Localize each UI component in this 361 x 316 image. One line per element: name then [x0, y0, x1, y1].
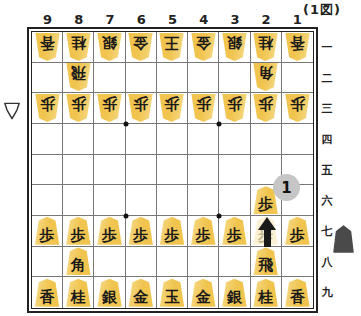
piece-kanji: 香: [40, 290, 55, 305]
square-8-1[interactable]: 桂: [63, 32, 94, 63]
sente-piece-玉[interactable]: 玉: [158, 279, 185, 307]
piece-kanji: 桂: [258, 290, 273, 305]
move-arrow-icon: [258, 217, 276, 247]
square-3-8[interactable]: [219, 247, 250, 278]
square-8-5[interactable]: [63, 155, 94, 186]
sente-piece-歩[interactable]: 歩: [221, 217, 248, 245]
piece-kanji: 王: [164, 35, 179, 50]
piece-kanji: 金: [196, 290, 211, 305]
square-1-7[interactable]: 歩: [282, 216, 313, 247]
rank-label-6: 六: [317, 185, 337, 216]
piece-kanji: 角: [258, 65, 273, 80]
piece-kanji: 金: [196, 35, 211, 50]
sente-piece-歩[interactable]: 歩: [158, 217, 185, 245]
star-point: [123, 121, 128, 126]
piece-kanji: 歩: [164, 96, 179, 111]
square-8-9[interactable]: 桂: [63, 277, 94, 308]
piece-kanji: 歩: [258, 197, 273, 212]
piece-kanji: 銀: [227, 290, 242, 305]
square-3-9[interactable]: 銀: [219, 277, 250, 308]
sente-piece-歩[interactable]: 歩: [65, 217, 92, 245]
gote-piece-香[interactable]: 香: [34, 33, 61, 61]
rank-label-3: 三: [317, 93, 337, 124]
gote-piece-王[interactable]: 王: [158, 33, 185, 61]
square-4-6[interactable]: [188, 185, 219, 216]
square-8-7[interactable]: 歩: [63, 216, 94, 247]
piece-kanji: 銀: [227, 35, 242, 50]
piece-kanji: 香: [290, 35, 305, 50]
arrow-head: [258, 217, 276, 230]
gote-piece-歩[interactable]: 歩: [127, 94, 154, 122]
square-6-4[interactable]: [126, 124, 157, 155]
board-frame: 香桂銀金王金銀桂香飛角歩歩歩歩歩歩歩歩歩歩歩歩歩歩歩歩歩歩歩角飛香桂銀金玉金銀桂…: [27, 27, 318, 313]
shogi-diagram: (1図) 987654321 一二三四五六七八九 香桂銀金王金銀桂香飛角歩歩歩歩…: [0, 0, 361, 316]
piece-kanji: 香: [290, 290, 305, 305]
gote-piece-歩[interactable]: 歩: [34, 94, 61, 122]
piece-kanji: 桂: [71, 35, 86, 50]
square-4-9[interactable]: 金: [188, 277, 219, 308]
rank-label-5: 五: [317, 155, 337, 186]
piece-kanji: 銀: [102, 290, 117, 305]
square-8-4[interactable]: [63, 124, 94, 155]
square-2-9[interactable]: 桂: [251, 277, 282, 308]
square-6-3[interactable]: 歩: [126, 93, 157, 124]
sente-piece-銀[interactable]: 銀: [96, 279, 123, 307]
square-1-4[interactable]: [282, 124, 313, 155]
gote-piece-銀[interactable]: 銀: [96, 33, 123, 61]
square-6-1[interactable]: 金: [126, 32, 157, 63]
gote-piece-歩[interactable]: 歩: [252, 94, 279, 122]
gote-piece-金[interactable]: 金: [190, 33, 217, 61]
square-6-6[interactable]: [126, 185, 157, 216]
piece-kanji: 歩: [71, 228, 86, 243]
sente-piece-桂[interactable]: 桂: [65, 279, 92, 307]
square-8-6[interactable]: [63, 185, 94, 216]
square-8-2[interactable]: 飛: [63, 63, 94, 94]
square-2-1[interactable]: 桂: [251, 32, 282, 63]
gote-piece-歩[interactable]: 歩: [65, 94, 92, 122]
piece-kanji: 金: [133, 290, 148, 305]
square-7-2[interactable]: [94, 63, 125, 94]
square-4-4[interactable]: [188, 124, 219, 155]
gote-piece-歩[interactable]: 歩: [284, 94, 311, 122]
square-7-7[interactable]: 歩: [94, 216, 125, 247]
piece-kanji: 歩: [133, 96, 148, 111]
square-5-6[interactable]: [157, 185, 188, 216]
square-5-2[interactable]: [157, 63, 188, 94]
gote-piece-stand-icon: [3, 102, 21, 124]
piece-kanji: 歩: [40, 96, 55, 111]
square-9-2[interactable]: [32, 63, 63, 94]
piece-kanji: 歩: [290, 228, 305, 243]
square-6-9[interactable]: 金: [126, 277, 157, 308]
piece-kanji: 歩: [40, 228, 55, 243]
rank-label-9: 九: [317, 277, 337, 308]
square-5-7[interactable]: 歩: [157, 216, 188, 247]
square-1-9[interactable]: 香: [282, 277, 313, 308]
square-4-1[interactable]: 金: [188, 32, 219, 63]
square-4-5[interactable]: [188, 155, 219, 186]
star-point: [217, 121, 222, 126]
square-4-8[interactable]: [188, 247, 219, 278]
rank-label-1: 一: [317, 32, 337, 63]
square-9-5[interactable]: [32, 155, 63, 186]
square-4-3[interactable]: 歩: [188, 93, 219, 124]
piece-kanji: 玉: [164, 290, 179, 305]
sente-piece-icon: [333, 225, 354, 257]
move-number-badge: 1: [273, 174, 300, 201]
square-8-3[interactable]: 歩: [63, 93, 94, 124]
piece-kanji: 飛: [71, 65, 86, 80]
gote-piece-歩[interactable]: 歩: [190, 94, 217, 122]
square-6-7[interactable]: 歩: [126, 216, 157, 247]
square-5-4[interactable]: [157, 124, 188, 155]
square-9-6[interactable]: [32, 185, 63, 216]
square-6-5[interactable]: [126, 155, 157, 186]
square-6-2[interactable]: [126, 63, 157, 94]
square-5-5[interactable]: [157, 155, 188, 186]
square-9-3[interactable]: 歩: [32, 93, 63, 124]
rank-labels: 一二三四五六七八九: [317, 32, 337, 308]
square-5-1[interactable]: 王: [157, 32, 188, 63]
sente-piece-香[interactable]: 香: [34, 279, 61, 307]
square-9-9[interactable]: 香: [32, 277, 63, 308]
gote-piece-桂[interactable]: 桂: [65, 33, 92, 61]
square-7-3[interactable]: 歩: [94, 93, 125, 124]
gote-piece-香[interactable]: 香: [284, 33, 311, 61]
board-grid[interactable]: 香桂銀金王金銀桂香飛角歩歩歩歩歩歩歩歩歩歩歩歩歩歩歩歩歩歩歩角飛香桂銀金玉金銀桂…: [31, 31, 314, 309]
star-point: [217, 214, 222, 219]
gote-piece-銀[interactable]: 銀: [221, 33, 248, 61]
piece-kanji: 歩: [196, 228, 211, 243]
gote-piece-桂[interactable]: 桂: [252, 33, 279, 61]
square-7-4[interactable]: [94, 124, 125, 155]
piece-kanji: 香: [40, 35, 55, 50]
square-4-7[interactable]: 歩: [188, 216, 219, 247]
square-4-2[interactable]: [188, 63, 219, 94]
piece-kanji: 歩: [164, 228, 179, 243]
sente-piece-歩[interactable]: 歩: [96, 217, 123, 245]
square-7-6[interactable]: [94, 185, 125, 216]
sente-piece-歩[interactable]: 歩: [190, 217, 217, 245]
rank-label-4: 四: [317, 124, 337, 155]
sente-piece-金[interactable]: 金: [127, 279, 154, 307]
piece-kanji: 桂: [258, 35, 273, 50]
piece-kanji: 金: [133, 35, 148, 50]
piece-kanji: 歩: [133, 228, 148, 243]
piece-kanji: 銀: [102, 35, 117, 50]
square-9-7[interactable]: 歩: [32, 216, 63, 247]
square-7-8[interactable]: [94, 247, 125, 278]
piece-kanji: 歩: [227, 228, 242, 243]
square-2-2[interactable]: 角: [251, 63, 282, 94]
square-5-9[interactable]: 玉: [157, 277, 188, 308]
sente-piece-歩[interactable]: 歩: [284, 217, 311, 245]
sente-piece-飛[interactable]: 飛: [252, 247, 279, 275]
star-point: [123, 214, 128, 219]
square-3-1[interactable]: 銀: [219, 32, 250, 63]
piece-kanji: 歩: [290, 96, 305, 111]
square-3-5[interactable]: [219, 155, 250, 186]
square-7-9[interactable]: 銀: [94, 277, 125, 308]
piece-kanji: 歩: [227, 96, 242, 111]
sente-piece-金[interactable]: 金: [190, 279, 217, 307]
piece-kanji: 歩: [102, 96, 117, 111]
square-9-8[interactable]: [32, 247, 63, 278]
square-1-2[interactable]: [282, 63, 313, 94]
gote-piece-歩[interactable]: 歩: [158, 94, 185, 122]
piece-kanji: 桂: [71, 290, 86, 305]
square-2-3[interactable]: 歩: [251, 93, 282, 124]
sente-piece-銀[interactable]: 銀: [221, 279, 248, 307]
square-3-7[interactable]: 歩: [219, 216, 250, 247]
square-2-8[interactable]: 飛: [251, 247, 282, 278]
piece-kanji: 歩: [196, 96, 211, 111]
gote-piece-角[interactable]: 角: [252, 63, 279, 91]
square-1-3[interactable]: 歩: [282, 93, 313, 124]
piece-kanji: 歩: [102, 228, 117, 243]
piece-kanji: 飛: [258, 258, 273, 273]
square-3-6[interactable]: [219, 185, 250, 216]
sente-piece-香[interactable]: 香: [284, 279, 311, 307]
square-5-3[interactable]: 歩: [157, 93, 188, 124]
square-7-5[interactable]: [94, 155, 125, 186]
sente-piece-歩[interactable]: 歩: [127, 217, 154, 245]
square-3-2[interactable]: [219, 63, 250, 94]
rank-label-2: 二: [317, 63, 337, 94]
square-9-4[interactable]: [32, 124, 63, 155]
square-5-8[interactable]: [157, 247, 188, 278]
arrow-shaft: [264, 230, 271, 247]
square-9-1[interactable]: 香: [32, 32, 63, 63]
square-7-1[interactable]: 銀: [94, 32, 125, 63]
gote-piece-歩[interactable]: 歩: [96, 94, 123, 122]
square-2-4[interactable]: [251, 124, 282, 155]
gote-piece-金[interactable]: 金: [127, 33, 154, 61]
square-3-4[interactable]: [219, 124, 250, 155]
gote-piece-飛[interactable]: 飛: [65, 63, 92, 91]
piece-kanji: 歩: [71, 96, 86, 111]
piece-kanji: 歩: [258, 96, 273, 111]
square-8-8[interactable]: 角: [63, 247, 94, 278]
sente-piece-角[interactable]: 角: [65, 247, 92, 275]
sente-piece-歩[interactable]: 歩: [34, 217, 61, 245]
sente-piece-桂[interactable]: 桂: [252, 279, 279, 307]
piece-kanji: 角: [71, 258, 86, 273]
square-6-8[interactable]: [126, 247, 157, 278]
square-3-3[interactable]: 歩: [219, 93, 250, 124]
gote-piece-歩[interactable]: 歩: [221, 94, 248, 122]
square-1-1[interactable]: 香: [282, 32, 313, 63]
square-1-8[interactable]: [282, 247, 313, 278]
